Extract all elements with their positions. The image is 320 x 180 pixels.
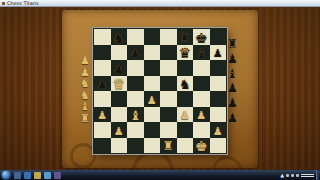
taskbar-icon-folder[interactable] — [34, 172, 41, 179]
square-h7[interactable]: ♟ — [210, 45, 227, 61]
square-g2[interactable] — [193, 122, 210, 138]
piece-white-pawn[interactable]: ♟ — [180, 109, 190, 122]
square-a2[interactable] — [94, 122, 111, 138]
square-c8[interactable] — [127, 29, 144, 45]
captured-piece-white-bishop: ♝ — [80, 101, 90, 113]
piece-white-queen[interactable]: ♛ — [112, 78, 125, 91]
window-icon — [2, 2, 5, 5]
square-b6[interactable]: ♟ — [111, 60, 128, 76]
captured-piece-black-rook: ♜ — [227, 37, 238, 52]
square-c7[interactable]: ♟ — [127, 45, 144, 61]
desktop-background: ♞♜♚♟♛♝♟♟♟♛♞♟♟♝♟♟♟♟♜♚ ♟♟♞♞♝♜ ♜♟♝♟♟♟ — [0, 7, 320, 170]
piece-black-king[interactable]: ♚ — [195, 32, 208, 45]
square-e2[interactable] — [160, 122, 177, 138]
captured-piece-black-pawn: ♟ — [227, 96, 238, 111]
square-d5[interactable] — [144, 76, 161, 92]
taskbar-icon-browser[interactable] — [44, 172, 51, 179]
piece-black-pawn[interactable]: ♟ — [130, 47, 140, 60]
square-h5[interactable] — [210, 76, 227, 92]
square-d7[interactable] — [144, 45, 161, 61]
tray-status-icon[interactable] — [296, 174, 299, 177]
square-c1[interactable] — [127, 138, 144, 154]
square-a7[interactable] — [94, 45, 111, 61]
square-d1[interactable] — [144, 138, 161, 154]
square-e3[interactable] — [160, 107, 177, 123]
square-b7[interactable] — [111, 45, 128, 61]
square-f5[interactable]: ♞ — [177, 76, 194, 92]
square-h2[interactable]: ♟ — [210, 122, 227, 138]
square-b3[interactable] — [111, 107, 128, 123]
square-d2[interactable] — [144, 122, 161, 138]
captured-piece-white-knight: ♞ — [80, 78, 90, 90]
square-d4[interactable]: ♟ — [144, 91, 161, 107]
piece-black-rook[interactable]: ♜ — [179, 32, 190, 45]
tray-status-icon[interactable] — [291, 174, 294, 177]
square-b2[interactable]: ♟ — [111, 122, 128, 138]
captured-piece-white-pawn: ♟ — [80, 55, 90, 67]
square-c2[interactable] — [127, 122, 144, 138]
square-e8[interactable] — [160, 29, 177, 45]
square-g5[interactable] — [193, 76, 210, 92]
piece-white-pawn[interactable]: ♟ — [147, 94, 157, 107]
square-f6[interactable] — [177, 60, 194, 76]
taskbar-icon-explorer[interactable] — [24, 172, 31, 179]
square-a1[interactable] — [94, 138, 111, 154]
square-e4[interactable] — [160, 91, 177, 107]
square-g7[interactable]: ♝ — [193, 45, 210, 61]
square-e7[interactable] — [160, 45, 177, 61]
piece-white-pawn[interactable]: ♟ — [97, 109, 107, 122]
piece-white-bishop[interactable]: ♝ — [129, 109, 141, 122]
square-g1[interactable]: ♚ — [193, 138, 210, 154]
square-g8[interactable]: ♚ — [193, 29, 210, 45]
piece-white-pawn[interactable]: ♟ — [196, 109, 206, 122]
captured-piece-black-pawn: ♟ — [227, 52, 238, 67]
captured-piece-white-rook: ♜ — [80, 113, 90, 125]
taskbar: ▲ — [0, 170, 320, 180]
square-f1[interactable] — [177, 138, 194, 154]
square-b8[interactable]: ♞ — [111, 29, 128, 45]
captured-piece-black-bishop: ♝ — [227, 67, 238, 82]
square-b4[interactable] — [111, 91, 128, 107]
square-b1[interactable] — [111, 138, 128, 154]
captured-tray-black: ♜♟♝♟♟♟ — [225, 37, 240, 126]
square-g4[interactable] — [193, 91, 210, 107]
piece-black-knight[interactable]: ♞ — [113, 32, 125, 45]
square-d3[interactable] — [144, 107, 161, 123]
captured-tray-white: ♟♟♞♞♝♜ — [78, 55, 92, 124]
window-title: Chess Titans — [7, 1, 39, 6]
piece-white-pawn[interactable]: ♟ — [213, 125, 223, 138]
piece-black-queen[interactable]: ♛ — [178, 47, 191, 60]
square-a5[interactable]: ♟ — [94, 76, 111, 92]
piece-black-pawn[interactable]: ♟ — [97, 78, 107, 91]
system-tray: ▲ — [280, 170, 320, 180]
captured-piece-black-pawn: ♟ — [227, 81, 238, 96]
screen: Chess Titans ♞♜♚♟♛♝♟♟♟♛♞♟♟♝♟♟♟♟♜♚ ♟♟♞♞♝♜… — [0, 0, 320, 180]
square-h8[interactable] — [210, 29, 227, 45]
square-f3[interactable]: ♟ — [177, 107, 194, 123]
square-d6[interactable] — [144, 60, 161, 76]
captured-piece-black-pawn: ♟ — [227, 111, 238, 126]
piece-black-bishop[interactable]: ♝ — [195, 47, 207, 60]
taskbar-icons — [14, 172, 61, 179]
square-h4[interactable] — [210, 91, 227, 107]
piece-white-pawn[interactable]: ♟ — [114, 125, 124, 138]
window-titlebar: Chess Titans — [0, 0, 320, 7]
square-e6[interactable] — [160, 60, 177, 76]
taskbar-icon-window[interactable] — [14, 172, 21, 179]
square-f2[interactable] — [177, 122, 194, 138]
square-h6[interactable] — [210, 60, 227, 76]
square-h3[interactable] — [210, 107, 227, 123]
taskbar-icon-media[interactable] — [54, 172, 61, 179]
square-c5[interactable] — [127, 76, 144, 92]
square-b5[interactable]: ♛ — [111, 76, 128, 92]
square-c6[interactable] — [127, 60, 144, 76]
square-d8[interactable] — [144, 29, 161, 45]
taskbar-clock[interactable] — [301, 172, 314, 179]
start-button[interactable] — [2, 171, 10, 179]
tray-chevron-icon[interactable]: ▲ — [280, 173, 284, 178]
square-a8[interactable] — [94, 29, 111, 45]
square-f7[interactable]: ♛ — [177, 45, 194, 61]
square-a4[interactable] — [94, 91, 111, 107]
tray-status-icon[interactable] — [286, 174, 289, 177]
square-e5[interactable] — [160, 76, 177, 92]
piece-black-knight[interactable]: ♞ — [179, 78, 191, 91]
square-a3[interactable]: ♟ — [94, 107, 111, 123]
chess-board: ♞♜♚♟♛♝♟♟♟♛♞♟♟♝♟♟♟♟♜♚ — [93, 28, 227, 154]
piece-black-pawn[interactable]: ♟ — [114, 63, 124, 76]
piece-black-pawn[interactable]: ♟ — [213, 47, 223, 60]
square-c4[interactable] — [127, 91, 144, 107]
square-e1[interactable]: ♜ — [160, 138, 177, 154]
square-f8[interactable]: ♜ — [177, 29, 194, 45]
square-a6[interactable] — [94, 60, 111, 76]
piece-white-king[interactable]: ♚ — [195, 140, 208, 153]
square-c3[interactable]: ♝ — [127, 107, 144, 123]
show-desktop-button[interactable] — [316, 170, 319, 180]
square-f4[interactable] — [177, 91, 194, 107]
square-h1[interactable] — [210, 138, 227, 154]
square-g3[interactable]: ♟ — [193, 107, 210, 123]
square-g6[interactable] — [193, 60, 210, 76]
piece-white-rook[interactable]: ♜ — [163, 140, 174, 153]
